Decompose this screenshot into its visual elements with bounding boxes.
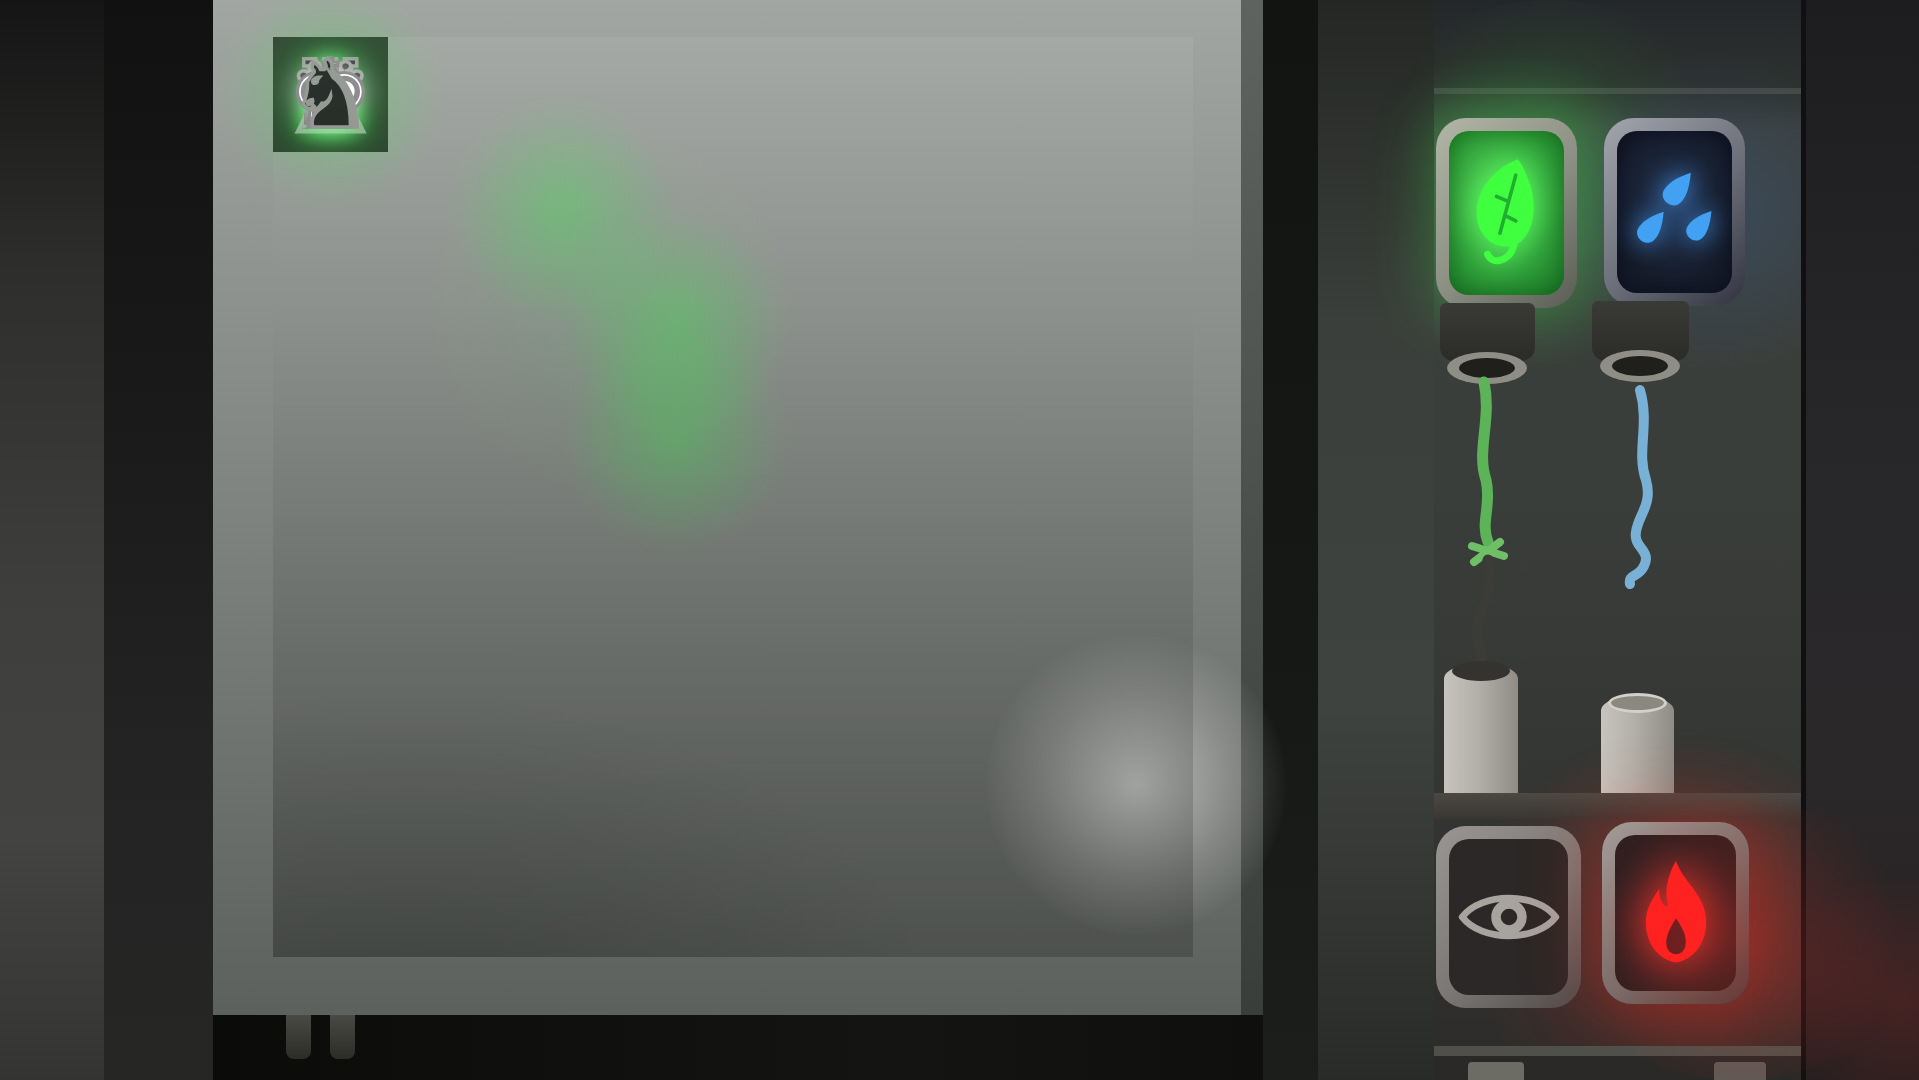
leaf-icon (1463, 154, 1551, 272)
frame-peg (286, 1015, 311, 1059)
eye-icon (1457, 886, 1561, 948)
panel-post (1468, 1062, 1524, 1080)
water-drops-icon (1620, 152, 1730, 272)
eye-button-face (1449, 839, 1568, 995)
floor-under-board (213, 1015, 1263, 1080)
panel-post (1714, 1062, 1766, 1080)
frame-side-face (1241, 0, 1263, 1015)
fire-button[interactable] (1602, 822, 1749, 1004)
leaf-button[interactable] (1436, 118, 1577, 308)
panel-shelf (1434, 793, 1801, 819)
left-socket-hole (1459, 358, 1515, 378)
green-glow (446, 95, 676, 325)
panel-bottom-lip (1434, 1046, 1801, 1056)
square-a1[interactable]: ♞ (273, 37, 388, 152)
puzzle-room-scene: ▲♝♜♝♟♜♜♝♟♛♟♞♟♟♟♚♞ (0, 0, 1919, 1080)
recess-top-lip (1434, 88, 1801, 94)
green-glow (561, 325, 791, 555)
chessboard[interactable]: ▲♝♜♝♟♜♜♝♟♛♟♞♟♟♟♚♞ (273, 37, 1193, 957)
water-button-face (1617, 131, 1732, 293)
right-socket-hole (1612, 356, 1668, 376)
frame-peg (330, 1015, 355, 1059)
left-wall-recess (104, 0, 213, 1080)
leaf-button-face (1449, 131, 1564, 295)
left-wall-front (0, 0, 104, 1080)
left-cup-opening (1452, 661, 1510, 681)
right-wall (1801, 0, 1919, 1080)
water-button[interactable] (1604, 118, 1745, 306)
eye-button[interactable] (1436, 826, 1581, 1008)
fire-icon (1634, 854, 1718, 972)
right-cup-opening (1608, 693, 1667, 713)
wall-pillar (1318, 0, 1434, 1080)
fire-button-face (1615, 835, 1736, 991)
green-glow (561, 210, 791, 440)
wall-seam (1263, 0, 1318, 1080)
black-knight-a1[interactable]: ♞ (273, 37, 388, 152)
